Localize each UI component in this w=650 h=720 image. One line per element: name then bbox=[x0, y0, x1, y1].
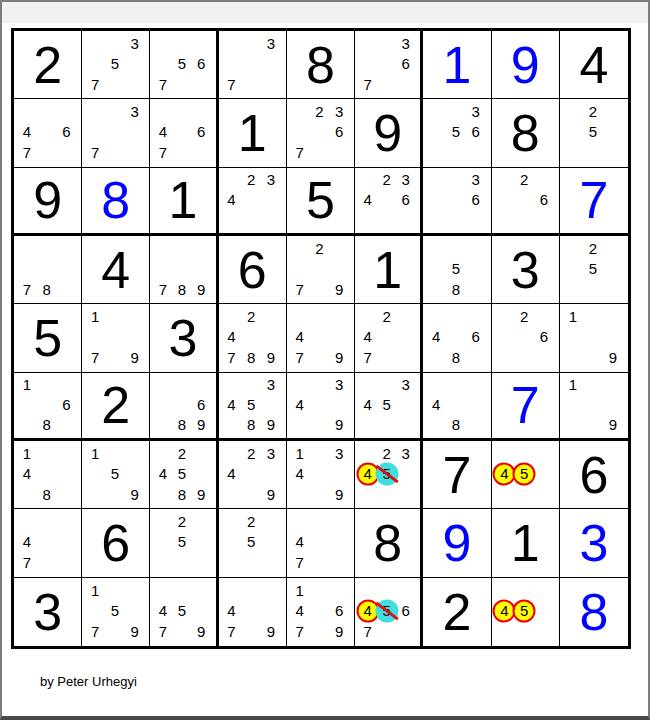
candidate-empty bbox=[105, 33, 125, 53]
candidate-empty bbox=[85, 600, 105, 621]
candidate-1: 1 bbox=[85, 443, 105, 463]
cell-r1c6[interactable]: 367 bbox=[355, 31, 423, 99]
cell-value: 4 bbox=[560, 31, 628, 98]
candidate-3: 3 bbox=[396, 170, 415, 190]
candidate-empty bbox=[290, 484, 310, 504]
candidate-8: 8 bbox=[173, 484, 192, 504]
cell-value: 9 bbox=[423, 509, 490, 576]
candidate-grid: 24589 bbox=[150, 441, 215, 508]
candidate-7: 7 bbox=[153, 142, 172, 162]
candidate-6: 6 bbox=[329, 600, 349, 621]
candidate-grid: 37 bbox=[219, 31, 286, 98]
cell-r1c3[interactable]: 567 bbox=[150, 31, 218, 99]
candidate-empty bbox=[310, 414, 330, 434]
candidate-empty bbox=[534, 484, 554, 504]
cell-r8c7[interactable]: 9 bbox=[423, 509, 491, 577]
candidate-empty bbox=[396, 484, 415, 504]
cell-r9c9[interactable]: 8 bbox=[560, 578, 628, 646]
candidate-3: 3 bbox=[329, 375, 349, 395]
cell-r1c4[interactable]: 37 bbox=[219, 31, 287, 99]
cell-r9c5[interactable]: 14679 bbox=[287, 578, 355, 646]
cell-r9c3[interactable]: 4579 bbox=[150, 578, 218, 646]
cell-r8c1[interactable]: 47 bbox=[14, 509, 82, 577]
candidate-empty bbox=[377, 74, 396, 94]
cell-r2c7[interactable]: 356 bbox=[423, 99, 491, 167]
candidate-empty bbox=[153, 375, 172, 395]
candidate-empty bbox=[37, 122, 57, 142]
cell-r3c2[interactable]: 8 bbox=[82, 168, 150, 236]
candidate-empty bbox=[495, 189, 515, 209]
candidate-empty bbox=[329, 238, 349, 258]
candidate-2: 2 bbox=[173, 443, 192, 463]
candidate-empty bbox=[85, 463, 105, 483]
candidate-empty bbox=[261, 53, 281, 73]
candidate-4: 4 bbox=[153, 463, 172, 483]
candidate-5: 5 bbox=[514, 463, 534, 483]
candidate-empty bbox=[534, 443, 554, 463]
cell-value: 8 bbox=[287, 31, 354, 98]
candidate-8: 8 bbox=[37, 484, 57, 504]
candidate-empty bbox=[241, 484, 261, 504]
cell-r3c7[interactable]: 36 bbox=[423, 168, 491, 236]
cell-r1c5[interactable]: 8 bbox=[287, 31, 355, 99]
cell-r8c4[interactable]: 25 bbox=[219, 509, 287, 577]
candidate-empty bbox=[153, 238, 172, 258]
candidate-empty bbox=[192, 511, 211, 531]
cell-value: 7 bbox=[423, 441, 490, 508]
candidate-empty bbox=[426, 258, 446, 278]
candidate-grid: 25 bbox=[560, 99, 628, 166]
cell-r5c6[interactable]: 247 bbox=[355, 304, 423, 372]
candidate-9: 9 bbox=[192, 414, 211, 434]
candidate-2: 2 bbox=[377, 170, 396, 190]
cell-r4c3[interactable]: 789 bbox=[150, 236, 218, 304]
candidate-empty bbox=[377, 53, 396, 73]
candidate-empty bbox=[377, 580, 396, 601]
candidate-empty bbox=[377, 414, 396, 434]
cell-r2c9[interactable]: 25 bbox=[560, 99, 628, 167]
cell-value: 5 bbox=[287, 168, 354, 233]
candidate-4: 4 bbox=[290, 600, 310, 621]
cell-r5c5[interactable]: 479 bbox=[287, 304, 355, 372]
candidate-4: 4 bbox=[426, 394, 446, 414]
cell-r5c1[interactable]: 5 bbox=[14, 304, 82, 372]
cell-r6c7[interactable]: 48 bbox=[423, 373, 491, 441]
cell-r2c8[interactable]: 8 bbox=[492, 99, 560, 167]
candidate-empty bbox=[56, 375, 76, 395]
cell-r8c8[interactable]: 1 bbox=[492, 509, 560, 577]
candidate-empty bbox=[377, 327, 396, 347]
cell-r5c2[interactable]: 179 bbox=[82, 304, 150, 372]
cell-r5c9[interactable]: 19 bbox=[560, 304, 628, 372]
cell-value: 3 bbox=[560, 509, 628, 576]
cell-r9c2[interactable]: 1579 bbox=[82, 578, 150, 646]
candidate-empty bbox=[290, 258, 310, 278]
cell-r5c8[interactable]: 26 bbox=[492, 304, 560, 372]
candidate-empty bbox=[534, 209, 554, 229]
candidate-5: 5 bbox=[446, 122, 466, 142]
cell-r6c3[interactable]: 689 bbox=[150, 373, 218, 441]
cell-r1c1[interactable]: 2 bbox=[14, 31, 82, 99]
candidate-9: 9 bbox=[125, 621, 145, 642]
candidate-empty bbox=[241, 375, 261, 395]
candidate-empty bbox=[466, 414, 486, 434]
candidate-empty bbox=[37, 238, 57, 258]
candidate-empty bbox=[426, 347, 446, 367]
cell-r2c4[interactable]: 1 bbox=[219, 99, 287, 167]
cell-r7c3[interactable]: 24589 bbox=[150, 441, 218, 509]
cell-r9c8[interactable]: 45 bbox=[492, 578, 560, 646]
candidate-4: 4 bbox=[153, 600, 172, 621]
cell-value: 6 bbox=[560, 441, 628, 508]
candidate-empty bbox=[173, 142, 192, 162]
candidate-empty bbox=[192, 142, 211, 162]
candidate-empty bbox=[56, 511, 76, 531]
candidate-empty bbox=[466, 258, 486, 278]
candidate-grid: 26 bbox=[492, 168, 559, 233]
candidate-5: 5 bbox=[241, 394, 261, 414]
candidate-empty bbox=[603, 101, 623, 121]
candidate-empty bbox=[495, 170, 515, 190]
candidate-empty bbox=[583, 142, 603, 162]
candidate-empty bbox=[603, 122, 623, 142]
candidate-empty bbox=[85, 33, 105, 53]
candidate-empty bbox=[563, 258, 583, 278]
candidate-grid: 47 bbox=[287, 509, 354, 576]
candidate-empty bbox=[192, 552, 211, 572]
candidate-grid: 47 bbox=[14, 509, 81, 576]
cell-r2c2[interactable]: 37 bbox=[82, 99, 150, 167]
candidate-empty bbox=[125, 580, 145, 601]
candidate-7: 7 bbox=[222, 347, 242, 367]
candidate-grid: 58 bbox=[423, 236, 490, 303]
candidate-empty bbox=[261, 580, 281, 601]
candidate-empty bbox=[377, 484, 396, 504]
candidate-4: 4 bbox=[358, 327, 377, 347]
candidate-grid: 24789 bbox=[219, 304, 286, 371]
cell-r3c9[interactable]: 7 bbox=[560, 168, 628, 236]
candidate-grid: 14679 bbox=[287, 578, 354, 646]
candidate-3: 3 bbox=[396, 33, 415, 53]
cell-r5c4[interactable]: 24789 bbox=[219, 304, 287, 372]
candidate-empty bbox=[310, 443, 330, 463]
cell-r7c2[interactable]: 159 bbox=[82, 441, 150, 509]
candidate-8: 8 bbox=[173, 279, 192, 299]
cell-r4c1[interactable]: 78 bbox=[14, 236, 82, 304]
candidate-empty bbox=[329, 394, 349, 414]
candidate-empty bbox=[192, 443, 211, 463]
candidate-3: 3 bbox=[466, 170, 486, 190]
cell-r1c9[interactable]: 4 bbox=[560, 31, 628, 99]
candidate-empty bbox=[446, 209, 466, 229]
candidate-empty bbox=[153, 552, 172, 572]
candidate-empty bbox=[396, 394, 415, 414]
candidate-grid: 148 bbox=[14, 441, 81, 508]
candidate-empty bbox=[85, 122, 105, 142]
cell-r6c2[interactable]: 2 bbox=[82, 373, 150, 441]
candidate-empty bbox=[446, 394, 466, 414]
candidate-empty bbox=[534, 463, 554, 483]
candidate-empty bbox=[377, 209, 396, 229]
cell-r8c2[interactable]: 6 bbox=[82, 509, 150, 577]
candidate-empty bbox=[514, 580, 534, 601]
candidate-grid: 567 bbox=[150, 31, 215, 98]
candidate-1: 1 bbox=[563, 375, 583, 395]
cell-value: 1 bbox=[150, 168, 215, 233]
cell-r7c9[interactable]: 6 bbox=[560, 441, 628, 509]
candidate-empty bbox=[563, 101, 583, 121]
cell-r2c6[interactable]: 9 bbox=[355, 99, 423, 167]
candidate-8: 8 bbox=[37, 414, 57, 434]
candidate-empty bbox=[192, 580, 211, 601]
candidate-empty bbox=[37, 443, 57, 463]
cell-r7c1[interactable]: 148 bbox=[14, 441, 82, 509]
cell-value: 3 bbox=[14, 578, 81, 646]
cell-r9c1[interactable]: 3 bbox=[14, 578, 82, 646]
candidate-empty bbox=[261, 209, 281, 229]
cell-r1c2[interactable]: 357 bbox=[82, 31, 150, 99]
candidate-7: 7 bbox=[290, 552, 310, 572]
candidate-empty bbox=[153, 443, 172, 463]
candidate-empty bbox=[105, 484, 125, 504]
candidate-empty bbox=[396, 327, 415, 347]
candidate-empty bbox=[37, 101, 57, 121]
cell-r2c3[interactable]: 467 bbox=[150, 99, 218, 167]
candidate-empty bbox=[153, 394, 172, 414]
candidate-empty bbox=[583, 306, 603, 326]
cell-r7c4[interactable]: 2349 bbox=[219, 441, 287, 509]
candidate-2: 2 bbox=[514, 170, 534, 190]
candidate-empty bbox=[241, 580, 261, 601]
candidate-grid: 356 bbox=[423, 99, 490, 166]
cell-r6c6[interactable]: 345 bbox=[355, 373, 423, 441]
cell-r7c6[interactable]: 2345 bbox=[355, 441, 423, 509]
candidate-empty bbox=[495, 306, 515, 326]
cell-r4c8[interactable]: 3 bbox=[492, 236, 560, 304]
candidate-grid: 45 bbox=[492, 441, 559, 508]
candidate-empty bbox=[290, 122, 310, 142]
candidate-2: 2 bbox=[310, 238, 330, 258]
candidate-empty bbox=[222, 552, 242, 572]
candidate-empty bbox=[241, 74, 261, 94]
candidate-empty bbox=[396, 74, 415, 94]
cell-r4c6[interactable]: 1 bbox=[355, 236, 423, 304]
candidate-empty bbox=[563, 142, 583, 162]
candidate-empty bbox=[56, 443, 76, 463]
candidate-empty bbox=[583, 347, 603, 367]
candidate-grid: 26 bbox=[492, 304, 559, 371]
cell-r4c4[interactable]: 6 bbox=[219, 236, 287, 304]
candidate-empty bbox=[17, 238, 37, 258]
candidate-grid: 367 bbox=[355, 31, 420, 98]
candidate-empty bbox=[192, 74, 211, 94]
cell-value: 4 bbox=[82, 236, 149, 303]
cell-r1c8[interactable]: 9 bbox=[492, 31, 560, 99]
candidate-empty bbox=[153, 101, 172, 121]
cell-r7c5[interactable]: 1349 bbox=[287, 441, 355, 509]
cell-r9c7[interactable]: 2 bbox=[423, 578, 491, 646]
candidate-empty bbox=[56, 279, 76, 299]
cell-r5c7[interactable]: 468 bbox=[423, 304, 491, 372]
cell-r9c6[interactable]: 4567 bbox=[355, 578, 423, 646]
candidate-9: 9 bbox=[329, 621, 349, 642]
cell-r9c4[interactable]: 479 bbox=[219, 578, 287, 646]
candidate-empty bbox=[222, 170, 242, 190]
candidate-empty bbox=[495, 443, 515, 463]
cell-r4c9[interactable]: 25 bbox=[560, 236, 628, 304]
candidate-empty bbox=[153, 258, 172, 278]
candidate-empty bbox=[37, 511, 57, 531]
cell-r8c5[interactable]: 47 bbox=[287, 509, 355, 577]
candidate-4: 4 bbox=[495, 463, 515, 483]
cell-r3c5[interactable]: 5 bbox=[287, 168, 355, 236]
candidate-6: 6 bbox=[534, 189, 554, 209]
cell-r3c1[interactable]: 9 bbox=[14, 168, 82, 236]
candidate-empty bbox=[426, 142, 446, 162]
cell-r7c8[interactable]: 45 bbox=[492, 441, 560, 509]
candidate-empty bbox=[396, 209, 415, 229]
candidate-empty bbox=[495, 347, 515, 367]
candidate-4: 4 bbox=[426, 327, 446, 347]
candidate-2: 2 bbox=[241, 306, 261, 326]
candidate-empty bbox=[290, 414, 310, 434]
candidate-empty bbox=[222, 53, 242, 73]
candidate-5: 5 bbox=[514, 600, 534, 621]
candidate-empty bbox=[446, 306, 466, 326]
candidate-empty bbox=[261, 552, 281, 572]
candidate-empty bbox=[290, 238, 310, 258]
cell-r3c8[interactable]: 26 bbox=[492, 168, 560, 236]
candidate-7: 7 bbox=[290, 347, 310, 367]
candidate-grid: 467 bbox=[150, 99, 215, 166]
cell-r6c9[interactable]: 19 bbox=[560, 373, 628, 441]
candidate-empty bbox=[514, 327, 534, 347]
cell-r7c7[interactable]: 7 bbox=[423, 441, 491, 509]
cell-value: 9 bbox=[492, 31, 559, 98]
candidate-5: 5 bbox=[377, 600, 396, 621]
candidate-1: 1 bbox=[290, 580, 310, 601]
candidate-empty bbox=[310, 600, 330, 621]
candidate-3: 3 bbox=[125, 33, 145, 53]
cell-r8c3[interactable]: 25 bbox=[150, 509, 218, 577]
cell-r4c2[interactable]: 4 bbox=[82, 236, 150, 304]
candidate-grid: 19 bbox=[560, 304, 628, 371]
candidate-empty bbox=[446, 238, 466, 258]
candidate-empty bbox=[514, 484, 534, 504]
candidate-2: 2 bbox=[377, 443, 396, 463]
candidate-empty bbox=[56, 532, 76, 552]
candidate-empty bbox=[125, 53, 145, 73]
candidate-5: 5 bbox=[105, 463, 125, 483]
candidate-empty bbox=[105, 101, 125, 121]
candidate-empty bbox=[377, 621, 396, 642]
candidate-empty bbox=[56, 463, 76, 483]
candidate-empty bbox=[290, 101, 310, 121]
candidate-empty bbox=[153, 33, 172, 53]
cell-r6c1[interactable]: 168 bbox=[14, 373, 82, 441]
candidate-empty bbox=[603, 238, 623, 258]
cell-r6c8[interactable]: 7 bbox=[492, 373, 560, 441]
candidate-empty bbox=[534, 580, 554, 601]
candidate-3: 3 bbox=[125, 101, 145, 121]
cell-r2c1[interactable]: 467 bbox=[14, 99, 82, 167]
candidate-empty bbox=[105, 142, 125, 162]
candidate-empty bbox=[534, 347, 554, 367]
candidate-empty bbox=[56, 552, 76, 572]
cell-r4c7[interactable]: 58 bbox=[423, 236, 491, 304]
candidate-empty bbox=[56, 484, 76, 504]
cell-r2c5[interactable]: 2367 bbox=[287, 99, 355, 167]
candidate-6: 6 bbox=[192, 122, 211, 142]
cell-value: 3 bbox=[150, 304, 215, 371]
candidate-1: 1 bbox=[17, 443, 37, 463]
candidate-6: 6 bbox=[192, 394, 211, 414]
candidate-empty bbox=[17, 414, 37, 434]
cell-r5c3[interactable]: 3 bbox=[150, 304, 218, 372]
candidate-3: 3 bbox=[261, 33, 281, 53]
cell-r8c6[interactable]: 8 bbox=[355, 509, 423, 577]
candidate-empty bbox=[173, 552, 192, 572]
author-credit: by Peter Urhegyi bbox=[40, 674, 137, 689]
cell-value: 2 bbox=[423, 578, 490, 646]
cell-value: 1 bbox=[219, 99, 286, 166]
cell-r3c4[interactable]: 234 bbox=[219, 168, 287, 236]
candidate-4: 4 bbox=[358, 189, 377, 209]
candidate-empty bbox=[56, 101, 76, 121]
cell-r6c4[interactable]: 34589 bbox=[219, 373, 287, 441]
candidate-empty bbox=[310, 621, 330, 642]
cell-value: 8 bbox=[355, 509, 420, 576]
candidate-empty bbox=[261, 394, 281, 414]
cell-value: 2 bbox=[14, 31, 81, 98]
candidate-empty bbox=[310, 306, 330, 326]
candidate-grid: 2367 bbox=[287, 99, 354, 166]
candidate-empty bbox=[446, 101, 466, 121]
candidate-empty bbox=[583, 279, 603, 299]
candidate-7: 7 bbox=[290, 621, 310, 642]
candidate-empty bbox=[396, 347, 415, 367]
candidate-grid: 78 bbox=[14, 236, 81, 303]
candidate-empty bbox=[192, 33, 211, 53]
cell-value: 7 bbox=[492, 373, 559, 438]
cell-r3c3[interactable]: 1 bbox=[150, 168, 218, 236]
candidate-empty bbox=[56, 238, 76, 258]
candidate-4: 4 bbox=[222, 189, 242, 209]
candidate-1: 1 bbox=[85, 580, 105, 601]
cell-r6c5[interactable]: 349 bbox=[287, 373, 355, 441]
candidate-7: 7 bbox=[290, 279, 310, 299]
candidate-8: 8 bbox=[446, 279, 466, 299]
candidate-empty bbox=[153, 580, 172, 601]
cell-r1c7[interactable]: 1 bbox=[423, 31, 491, 99]
candidate-5: 5 bbox=[173, 53, 192, 73]
candidate-3: 3 bbox=[396, 375, 415, 395]
candidate-9: 9 bbox=[603, 347, 623, 367]
candidate-empty bbox=[17, 511, 37, 531]
candidate-empty bbox=[446, 142, 466, 162]
candidate-2: 2 bbox=[310, 101, 330, 121]
candidate-empty bbox=[105, 306, 125, 326]
candidate-empty bbox=[495, 484, 515, 504]
candidate-empty bbox=[192, 532, 211, 552]
cell-r3c6[interactable]: 2346 bbox=[355, 168, 423, 236]
cell-r8c9[interactable]: 3 bbox=[560, 509, 628, 577]
candidate-empty bbox=[173, 238, 192, 258]
cell-r4c5[interactable]: 279 bbox=[287, 236, 355, 304]
candidate-6: 6 bbox=[466, 189, 486, 209]
candidate-empty bbox=[329, 552, 349, 572]
candidate-empty bbox=[153, 484, 172, 504]
